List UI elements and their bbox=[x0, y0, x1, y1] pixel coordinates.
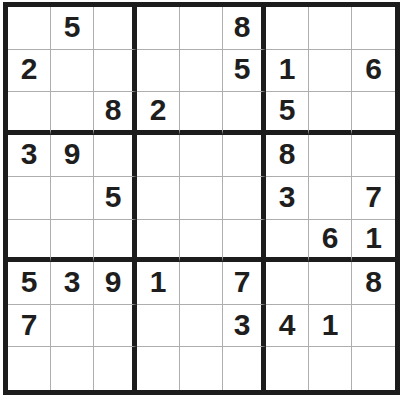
cell-r7c5[interactable] bbox=[180, 262, 223, 305]
given-digit: 5 bbox=[105, 182, 122, 212]
cell-r9c1[interactable] bbox=[8, 347, 51, 390]
cell-r9c5[interactable] bbox=[180, 347, 223, 390]
given-digit: 6 bbox=[365, 54, 382, 84]
cell-r3c7[interactable]: 5 bbox=[266, 92, 309, 135]
given-digit: 3 bbox=[279, 182, 296, 212]
cell-r7c7[interactable] bbox=[266, 262, 309, 305]
given-digit: 5 bbox=[279, 95, 296, 125]
cell-r8c8[interactable]: 1 bbox=[309, 305, 352, 348]
cell-r1c3[interactable] bbox=[94, 7, 137, 50]
given-digit: 8 bbox=[105, 95, 122, 125]
cell-r6c8[interactable]: 6 bbox=[309, 220, 352, 263]
given-digit: 9 bbox=[64, 139, 81, 169]
cell-r8c6[interactable]: 3 bbox=[223, 305, 266, 348]
cell-r1c9[interactable] bbox=[352, 7, 395, 50]
cell-r6c4[interactable] bbox=[137, 220, 180, 263]
cell-r8c5[interactable] bbox=[180, 305, 223, 348]
given-digit: 4 bbox=[279, 310, 296, 340]
cell-r3c5[interactable] bbox=[180, 92, 223, 135]
sudoku-board: 582516825398537615391787341 bbox=[3, 2, 400, 395]
cell-r5c4[interactable] bbox=[137, 177, 180, 220]
cell-r4c7[interactable]: 8 bbox=[266, 135, 309, 178]
cell-r9c8[interactable] bbox=[309, 347, 352, 390]
given-digit: 6 bbox=[322, 223, 339, 253]
cell-r9c9[interactable] bbox=[352, 347, 395, 390]
cell-r9c4[interactable] bbox=[137, 347, 180, 390]
cell-r7c2[interactable]: 3 bbox=[51, 262, 94, 305]
given-digit: 5 bbox=[234, 54, 251, 84]
cell-r3c9[interactable] bbox=[352, 92, 395, 135]
cell-r4c1[interactable]: 3 bbox=[8, 135, 51, 178]
given-digit: 8 bbox=[365, 267, 382, 297]
cell-r7c9[interactable]: 8 bbox=[352, 262, 395, 305]
cell-r2c3[interactable] bbox=[94, 50, 137, 93]
cell-r2c1[interactable]: 2 bbox=[8, 50, 51, 93]
cell-r7c6[interactable]: 7 bbox=[223, 262, 266, 305]
cell-r7c4[interactable]: 1 bbox=[137, 262, 180, 305]
cell-r8c7[interactable]: 4 bbox=[266, 305, 309, 348]
cell-r4c9[interactable] bbox=[352, 135, 395, 178]
cell-r5c1[interactable] bbox=[8, 177, 51, 220]
cell-r8c4[interactable] bbox=[137, 305, 180, 348]
given-digit: 1 bbox=[365, 223, 382, 253]
cell-r5c6[interactable] bbox=[223, 177, 266, 220]
cell-r3c3[interactable]: 8 bbox=[94, 92, 137, 135]
cell-r1c7[interactable] bbox=[266, 7, 309, 50]
cell-r8c9[interactable] bbox=[352, 305, 395, 348]
cell-r4c4[interactable] bbox=[137, 135, 180, 178]
cell-r1c6[interactable]: 8 bbox=[223, 7, 266, 50]
cell-r2c6[interactable]: 5 bbox=[223, 50, 266, 93]
cell-r9c3[interactable] bbox=[94, 347, 137, 390]
given-digit: 7 bbox=[21, 310, 38, 340]
cell-r4c2[interactable]: 9 bbox=[51, 135, 94, 178]
given-digit: 7 bbox=[234, 267, 251, 297]
cell-r6c2[interactable] bbox=[51, 220, 94, 263]
given-digit: 3 bbox=[64, 267, 81, 297]
cell-r5c3[interactable]: 5 bbox=[94, 177, 137, 220]
cell-r2c9[interactable]: 6 bbox=[352, 50, 395, 93]
given-digit: 2 bbox=[150, 95, 167, 125]
cell-r3c2[interactable] bbox=[51, 92, 94, 135]
cell-r4c6[interactable] bbox=[223, 135, 266, 178]
given-digit: 9 bbox=[105, 267, 122, 297]
cell-r3c8[interactable] bbox=[309, 92, 352, 135]
cell-r9c2[interactable] bbox=[51, 347, 94, 390]
given-digit: 3 bbox=[21, 139, 38, 169]
cell-r9c7[interactable] bbox=[266, 347, 309, 390]
cell-r1c2[interactable]: 5 bbox=[51, 7, 94, 50]
cell-r8c1[interactable]: 7 bbox=[8, 305, 51, 348]
cell-r2c2[interactable] bbox=[51, 50, 94, 93]
cell-r7c1[interactable]: 5 bbox=[8, 262, 51, 305]
cell-r1c4[interactable] bbox=[137, 7, 180, 50]
cell-r2c5[interactable] bbox=[180, 50, 223, 93]
cell-r2c7[interactable]: 1 bbox=[266, 50, 309, 93]
cell-r5c7[interactable]: 3 bbox=[266, 177, 309, 220]
cell-r1c1[interactable] bbox=[8, 7, 51, 50]
cell-r3c4[interactable]: 2 bbox=[137, 92, 180, 135]
cell-r8c3[interactable] bbox=[94, 305, 137, 348]
cell-r6c9[interactable]: 1 bbox=[352, 220, 395, 263]
given-digit: 3 bbox=[234, 310, 251, 340]
cell-r7c8[interactable] bbox=[309, 262, 352, 305]
cell-r1c8[interactable] bbox=[309, 7, 352, 50]
cell-r9c6[interactable] bbox=[223, 347, 266, 390]
given-digit: 8 bbox=[234, 12, 251, 42]
given-digit: 1 bbox=[322, 310, 339, 340]
cell-r5c5[interactable] bbox=[180, 177, 223, 220]
cell-r6c6[interactable] bbox=[223, 220, 266, 263]
cell-r6c5[interactable] bbox=[180, 220, 223, 263]
cell-r3c6[interactable] bbox=[223, 92, 266, 135]
given-digit: 5 bbox=[64, 12, 81, 42]
cell-r2c4[interactable] bbox=[137, 50, 180, 93]
cell-r6c7[interactable] bbox=[266, 220, 309, 263]
cell-r4c8[interactable] bbox=[309, 135, 352, 178]
given-digit: 2 bbox=[21, 54, 38, 84]
given-digit: 8 bbox=[279, 139, 296, 169]
given-digit: 7 bbox=[365, 182, 382, 212]
cell-r4c5[interactable] bbox=[180, 135, 223, 178]
cell-r5c8[interactable] bbox=[309, 177, 352, 220]
cell-r2c8[interactable] bbox=[309, 50, 352, 93]
cell-r1c5[interactable] bbox=[180, 7, 223, 50]
cell-r3c1[interactable] bbox=[8, 92, 51, 135]
cell-r7c3[interactable]: 9 bbox=[94, 262, 137, 305]
cell-r6c1[interactable] bbox=[8, 220, 51, 263]
cell-r5c9[interactable]: 7 bbox=[352, 177, 395, 220]
cell-r6c3[interactable] bbox=[94, 220, 137, 263]
cell-r5c2[interactable] bbox=[51, 177, 94, 220]
cell-r8c2[interactable] bbox=[51, 305, 94, 348]
given-digit: 5 bbox=[21, 267, 38, 297]
given-digit: 1 bbox=[150, 267, 167, 297]
given-digit: 1 bbox=[279, 54, 296, 84]
cell-r4c3[interactable] bbox=[94, 135, 137, 178]
